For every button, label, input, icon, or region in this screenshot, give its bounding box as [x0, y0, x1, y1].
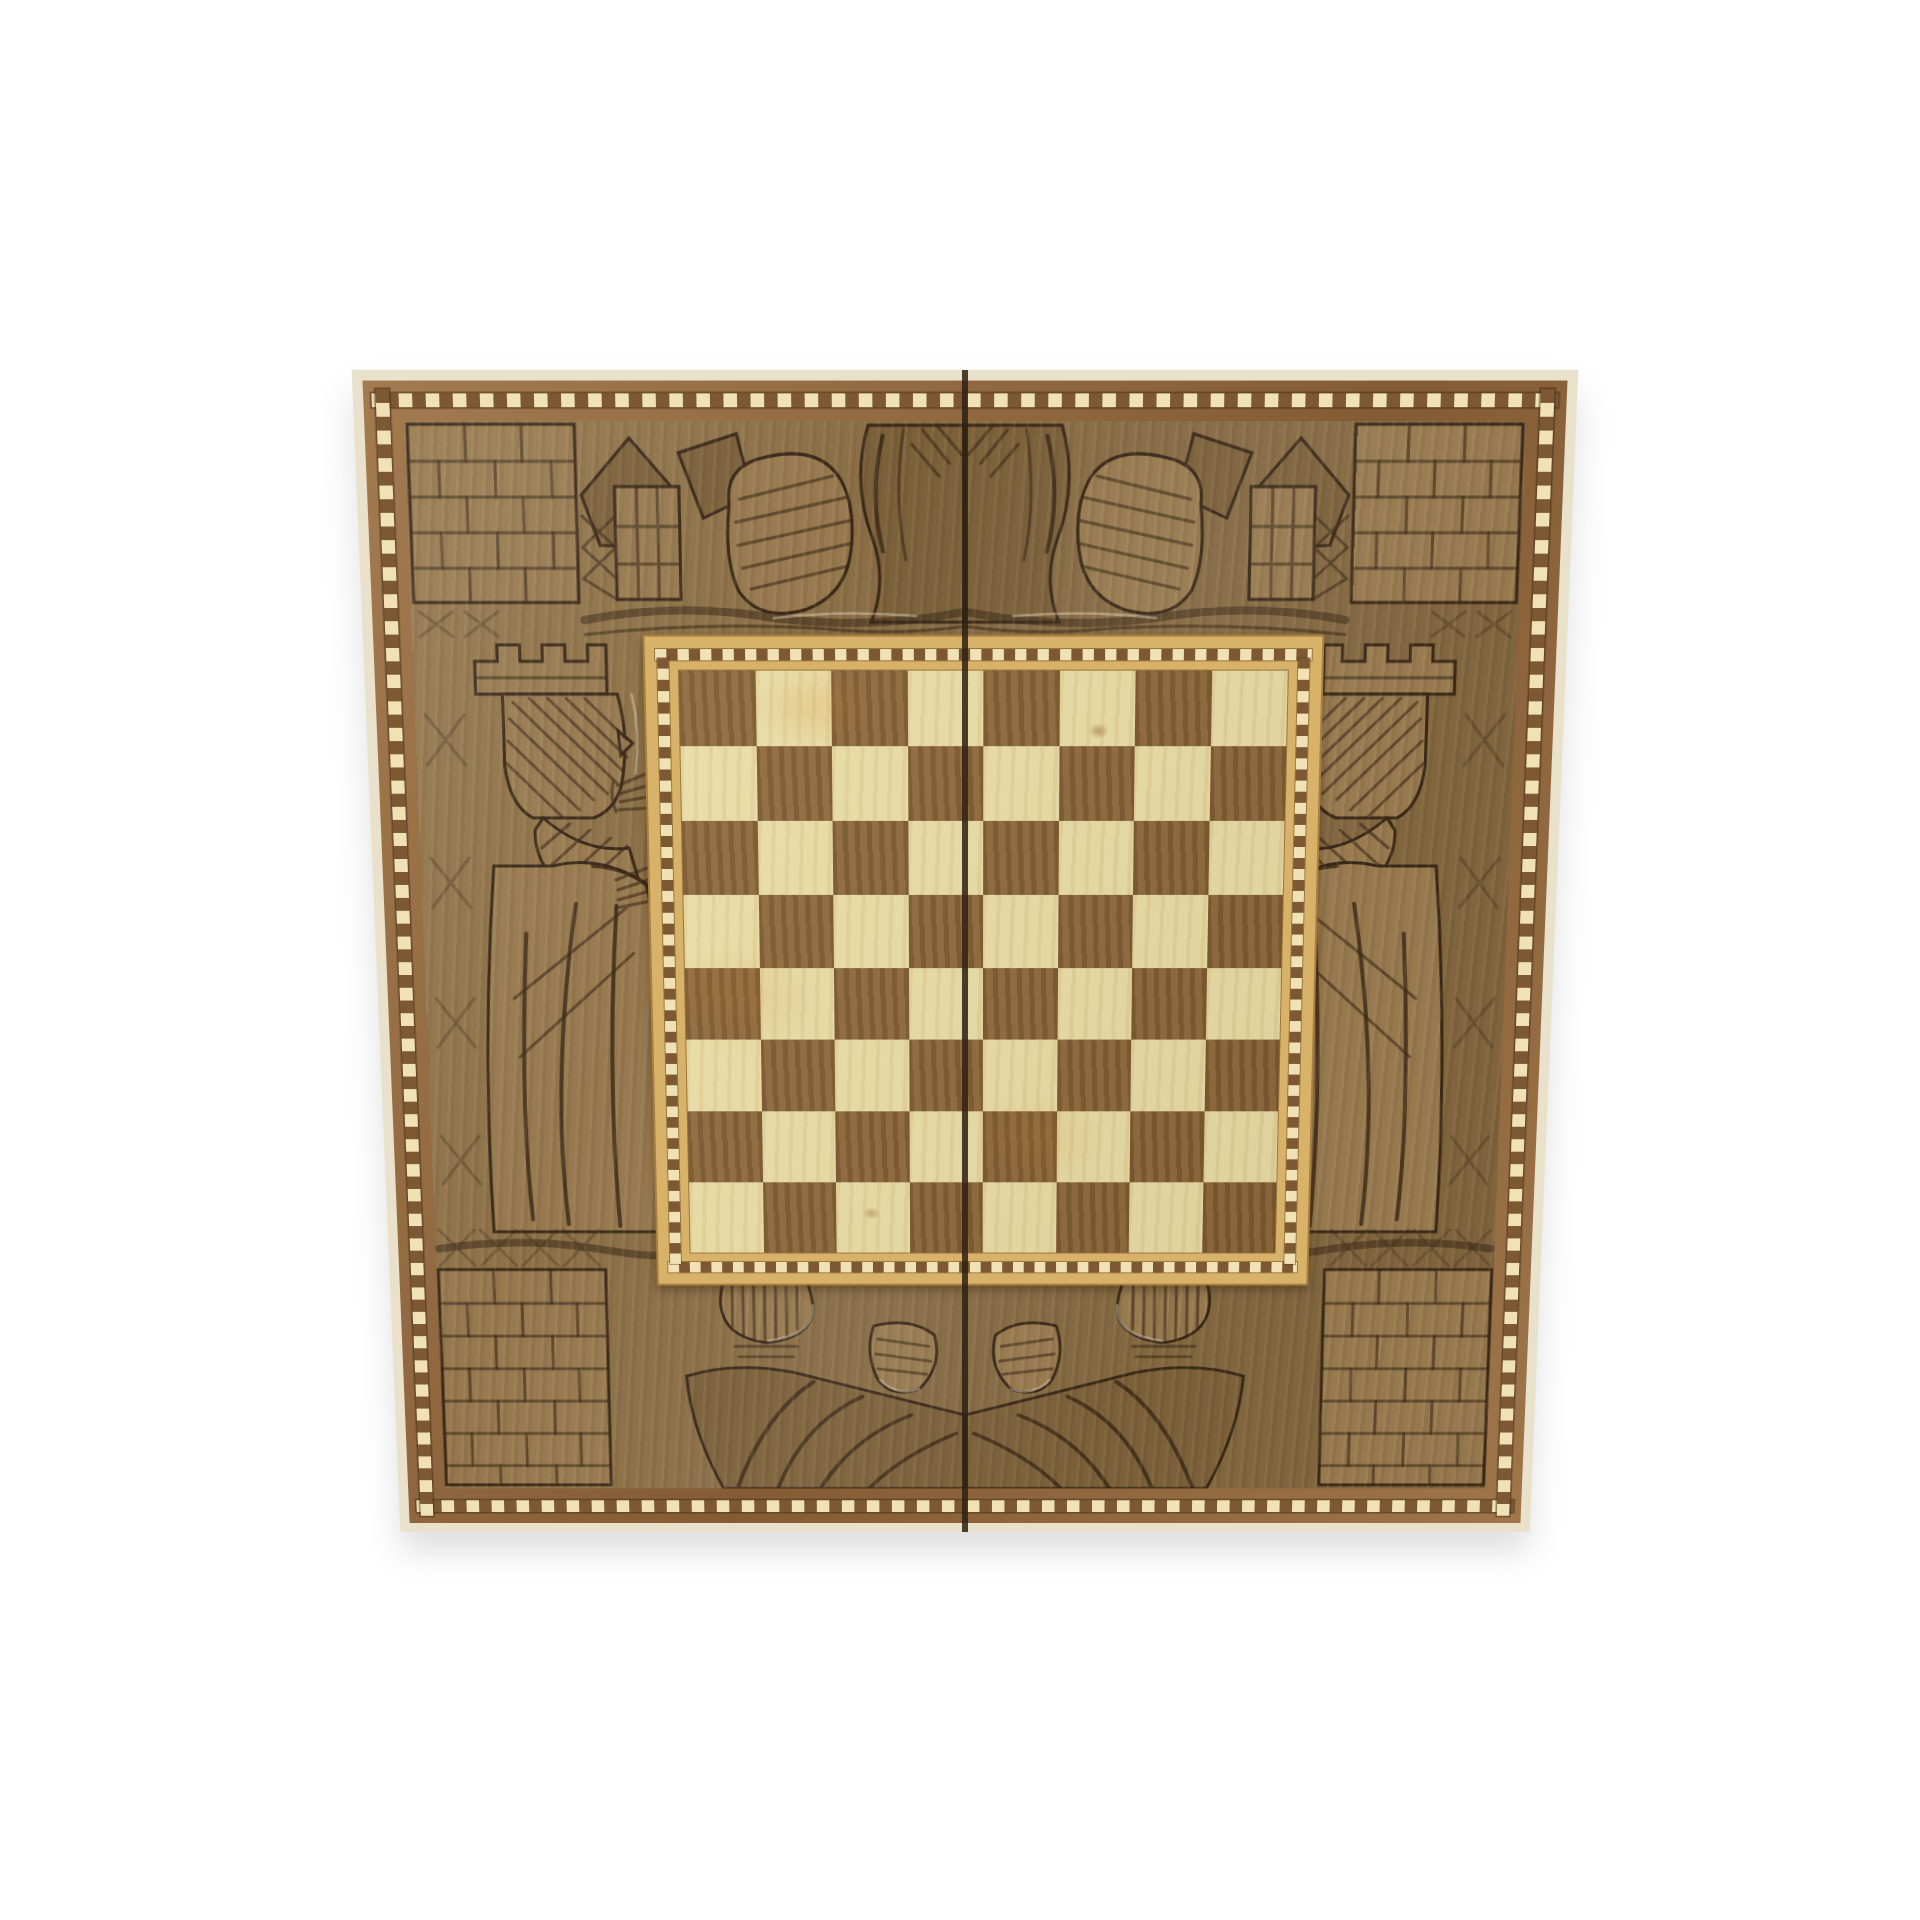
lower-gouge: [439, 1243, 692, 1256]
square: [908, 968, 983, 1040]
square: [983, 1040, 1057, 1112]
striped-figure-head-icon: [726, 454, 853, 614]
brick-tower-top-outer-icon: [407, 424, 579, 602]
square: [983, 746, 1059, 821]
square: [908, 895, 983, 968]
square: [1204, 1040, 1279, 1112]
fold-seam: [962, 370, 968, 1532]
square: [983, 1112, 1057, 1183]
square: [983, 968, 1058, 1040]
square: [680, 746, 757, 821]
square: [1210, 671, 1287, 746]
carved-game-box: [352, 370, 1579, 1532]
square: [1207, 895, 1283, 968]
square: [983, 1182, 1056, 1252]
square: [1059, 671, 1136, 746]
square: [758, 895, 834, 968]
square: [759, 968, 834, 1040]
square: [1205, 968, 1281, 1040]
square: [1132, 895, 1208, 968]
square: [909, 1112, 983, 1183]
square: [836, 1182, 910, 1252]
square: [831, 671, 907, 746]
chessboard-frame: [642, 635, 1324, 1286]
robe: [480, 863, 669, 1232]
square: [1059, 746, 1135, 821]
square: [1056, 1182, 1130, 1252]
square: [1058, 895, 1133, 968]
square: [983, 821, 1058, 895]
square: [1203, 1112, 1278, 1183]
square: [1133, 821, 1209, 895]
square: [1058, 821, 1134, 895]
box-perspective-wrapper: [377, 385, 1553, 1565]
square: [1131, 968, 1206, 1040]
brick-tower-bottom-outer-icon: [438, 1270, 611, 1485]
square: [1130, 1112, 1205, 1183]
crown-icon: [474, 645, 607, 694]
square: [1209, 746, 1286, 821]
square: [1057, 1040, 1132, 1112]
seam-side-figure-icon: [860, 425, 965, 622]
square: [679, 671, 756, 746]
square: [908, 746, 984, 821]
board-inlay-left: [657, 658, 681, 1264]
square: [683, 895, 759, 968]
square: [983, 671, 1059, 746]
square: [757, 821, 833, 895]
square: [682, 821, 758, 895]
square: [833, 895, 908, 968]
square: [760, 1040, 835, 1112]
hatched-head-icon: [502, 694, 634, 818]
square: [1208, 821, 1285, 895]
square: [835, 1112, 909, 1183]
square: [1057, 968, 1132, 1040]
square: [983, 895, 1058, 968]
photo-background: [0, 0, 1920, 1920]
square: [833, 821, 909, 895]
square: [907, 671, 983, 746]
square: [1135, 671, 1212, 746]
square: [909, 1182, 982, 1252]
square: [688, 1112, 763, 1183]
brick-turret-icon: [614, 487, 681, 600]
square: [1056, 1112, 1130, 1183]
board-inlay-right: [1284, 658, 1309, 1264]
board-inlay-top: [655, 649, 1312, 660]
board-inlay-bottom: [668, 1262, 1297, 1272]
square: [762, 1112, 836, 1183]
square: [1202, 1182, 1277, 1252]
square: [832, 746, 908, 821]
square: [1130, 1040, 1205, 1112]
square: [834, 968, 909, 1040]
square: [689, 1182, 763, 1252]
square: [908, 821, 983, 895]
square: [1129, 1182, 1203, 1252]
square: [1134, 746, 1211, 821]
square: [756, 746, 832, 821]
square: [763, 1182, 837, 1252]
square: [909, 1040, 983, 1112]
square: [685, 968, 761, 1040]
chessboard: [679, 671, 1288, 1253]
royal-figure: [473, 645, 670, 1232]
striped-shield-icon: [870, 1323, 937, 1392]
square: [755, 671, 832, 746]
square: [686, 1040, 761, 1112]
square: [835, 1040, 909, 1112]
